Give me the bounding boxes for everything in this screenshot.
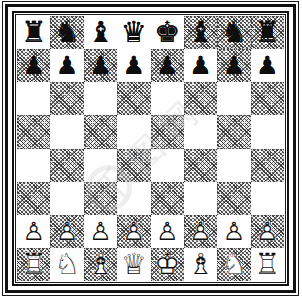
square-d7[interactable]: ♟ (117, 49, 150, 82)
black-pawn: ♟ (117, 49, 150, 82)
white-pawn: ♟♙ (184, 215, 217, 248)
square-a3[interactable] (17, 182, 50, 215)
black-rook: ♜ (251, 16, 284, 49)
square-g4[interactable] (217, 149, 250, 182)
square-f6[interactable] (184, 82, 217, 115)
square-f7[interactable]: ♟ (184, 49, 217, 82)
square-f4[interactable] (184, 149, 217, 182)
white-piece-outline: ♙ (56, 219, 78, 244)
square-f2[interactable]: ♟♙ (184, 215, 217, 248)
square-b5[interactable] (50, 115, 83, 148)
black-pawn: ♟ (184, 49, 217, 82)
square-b7[interactable]: ♟ (50, 49, 83, 82)
board-frame-inner-thick: ♜♞♝♛♚♝♞♜♟♟♟♟♟♟♟♟♟♙♟♙♟♙♟♙♟♙♟♙♟♙♟♙♜♖♞♘♝♗♛♕… (12, 11, 289, 286)
white-piece-outline: ♘ (221, 250, 247, 279)
square-b3[interactable] (50, 182, 83, 215)
square-g6[interactable] (217, 82, 250, 115)
square-g5[interactable] (217, 115, 250, 148)
black-queen: ♛ (117, 16, 150, 49)
square-h6[interactable] (251, 82, 284, 115)
square-h3[interactable] (251, 182, 284, 215)
white-bishop: ♝♗ (84, 248, 117, 281)
square-c1[interactable]: ♝♗ (84, 248, 117, 281)
square-b8[interactable]: ♞ (50, 16, 83, 49)
white-piece-outline: ♖ (21, 250, 47, 279)
black-bishop: ♝ (84, 16, 117, 49)
square-e7[interactable]: ♟ (151, 49, 184, 82)
square-h5[interactable] (251, 115, 284, 148)
square-a6[interactable] (17, 82, 50, 115)
white-piece-outline: ♕ (121, 250, 147, 279)
black-king: ♚ (151, 16, 184, 49)
black-knight: ♞ (50, 16, 83, 49)
square-e2[interactable]: ♟♙ (151, 215, 184, 248)
square-c5[interactable] (84, 115, 117, 148)
square-a7[interactable]: ♟ (17, 49, 50, 82)
square-h1[interactable]: ♜♖ (251, 248, 284, 281)
square-h7[interactable]: ♟ (251, 49, 284, 82)
square-a4[interactable] (17, 149, 50, 182)
black-pawn: ♟ (17, 49, 50, 82)
square-h4[interactable] (251, 149, 284, 182)
square-f3[interactable] (184, 182, 217, 215)
white-queen: ♛♕ (117, 248, 150, 281)
white-pawn: ♟♙ (50, 215, 83, 248)
square-d1[interactable]: ♛♕ (117, 248, 150, 281)
white-piece-outline: ♙ (89, 219, 111, 244)
square-a5[interactable] (17, 115, 50, 148)
black-pawn: ♟ (151, 49, 184, 82)
square-a8[interactable]: ♜ (17, 16, 50, 49)
square-c6[interactable] (84, 82, 117, 115)
square-e1[interactable]: ♚♔ (151, 248, 184, 281)
black-rook: ♜ (17, 16, 50, 49)
square-d6[interactable] (117, 82, 150, 115)
square-h8[interactable]: ♜ (251, 16, 284, 49)
square-c7[interactable]: ♟ (84, 49, 117, 82)
square-d3[interactable] (117, 182, 150, 215)
white-rook: ♜♖ (17, 248, 50, 281)
square-g1[interactable]: ♞♘ (217, 248, 250, 281)
white-piece-outline: ♙ (22, 219, 44, 244)
square-g2[interactable]: ♟♙ (217, 215, 250, 248)
chess-board: ♜♞♝♛♚♝♞♜♟♟♟♟♟♟♟♟♟♙♟♙♟♙♟♙♟♙♟♙♟♙♟♙♜♖♞♘♝♗♛♕… (17, 16, 284, 281)
square-c4[interactable] (84, 149, 117, 182)
white-pawn: ♟♙ (117, 215, 150, 248)
square-e3[interactable] (151, 182, 184, 215)
square-g8[interactable]: ♞ (217, 16, 250, 49)
square-c2[interactable]: ♟♙ (84, 215, 117, 248)
square-c3[interactable] (84, 182, 117, 215)
board-frame-inner-thin: ♜♞♝♛♚♝♞♜♟♟♟♟♟♟♟♟♟♙♟♙♟♙♟♙♟♙♟♙♟♙♟♙♜♖♞♘♝♗♛♕… (15, 14, 286, 283)
white-piece-outline: ♗ (87, 250, 113, 279)
white-piece-outline: ♙ (123, 219, 145, 244)
white-pawn: ♟♙ (84, 215, 117, 248)
white-pawn: ♟♙ (17, 215, 50, 248)
square-d2[interactable]: ♟♙ (117, 215, 150, 248)
square-f5[interactable] (184, 115, 217, 148)
white-king: ♚♔ (151, 248, 184, 281)
square-e8[interactable]: ♚ (151, 16, 184, 49)
black-bishop: ♝ (184, 16, 217, 49)
square-a2[interactable]: ♟♙ (17, 215, 50, 248)
square-a1[interactable]: ♜♖ (17, 248, 50, 281)
black-pawn: ♟ (50, 49, 83, 82)
white-piece-outline: ♙ (156, 219, 178, 244)
white-pawn: ♟♙ (217, 215, 250, 248)
square-d8[interactable]: ♛ (117, 16, 150, 49)
white-piece-outline: ♔ (154, 250, 180, 279)
square-b4[interactable] (50, 149, 83, 182)
board-frame-outer-thin: ♜♞♝♛♚♝♞♜♟♟♟♟♟♟♟♟♟♙♟♙♟♙♟♙♟♙♟♙♟♙♟♙♜♖♞♘♝♗♛♕… (2, 1, 299, 296)
square-e4[interactable] (151, 149, 184, 182)
black-knight: ♞ (217, 16, 250, 49)
white-bishop: ♝♗ (184, 248, 217, 281)
chess-illustration: ♜♞♝♛♚♝♞♜♟♟♟♟♟♟♟♟♟♙♟♙♟♙♟♙♟♙♟♙♟♙♟♙♜♖♞♘♝♗♛♕… (0, 0, 302, 300)
square-f8[interactable]: ♝ (184, 16, 217, 49)
square-g7[interactable]: ♟ (217, 49, 250, 82)
square-h2[interactable]: ♟♙ (251, 215, 284, 248)
square-g3[interactable] (217, 182, 250, 215)
white-piece-outline: ♙ (189, 219, 211, 244)
white-piece-outline: ♗ (188, 250, 214, 279)
square-d4[interactable] (117, 149, 150, 182)
black-pawn: ♟ (251, 49, 284, 82)
square-b6[interactable] (50, 82, 83, 115)
square-b1[interactable]: ♞♘ (50, 248, 83, 281)
white-piece-outline: ♖ (254, 250, 280, 279)
white-rook: ♜♖ (251, 248, 284, 281)
black-pawn: ♟ (84, 49, 117, 82)
square-d5[interactable] (117, 115, 150, 148)
white-piece-outline: ♙ (223, 219, 245, 244)
white-knight: ♞♘ (50, 248, 83, 281)
white-pawn: ♟♙ (151, 215, 184, 248)
square-e6[interactable] (151, 82, 184, 115)
board-frame-outer-thick: ♜♞♝♛♚♝♞♜♟♟♟♟♟♟♟♟♟♙♟♙♟♙♟♙♟♙♟♙♟♙♟♙♜♖♞♘♝♗♛♕… (5, 4, 296, 293)
white-pawn: ♟♙ (251, 215, 284, 248)
square-f1[interactable]: ♝♗ (184, 248, 217, 281)
white-knight: ♞♘ (217, 248, 250, 281)
white-piece-outline: ♘ (54, 250, 80, 279)
square-e5[interactable] (151, 115, 184, 148)
white-piece-outline: ♙ (256, 219, 278, 244)
square-b2[interactable]: ♟♙ (50, 215, 83, 248)
black-pawn: ♟ (217, 49, 250, 82)
square-c8[interactable]: ♝ (84, 16, 117, 49)
